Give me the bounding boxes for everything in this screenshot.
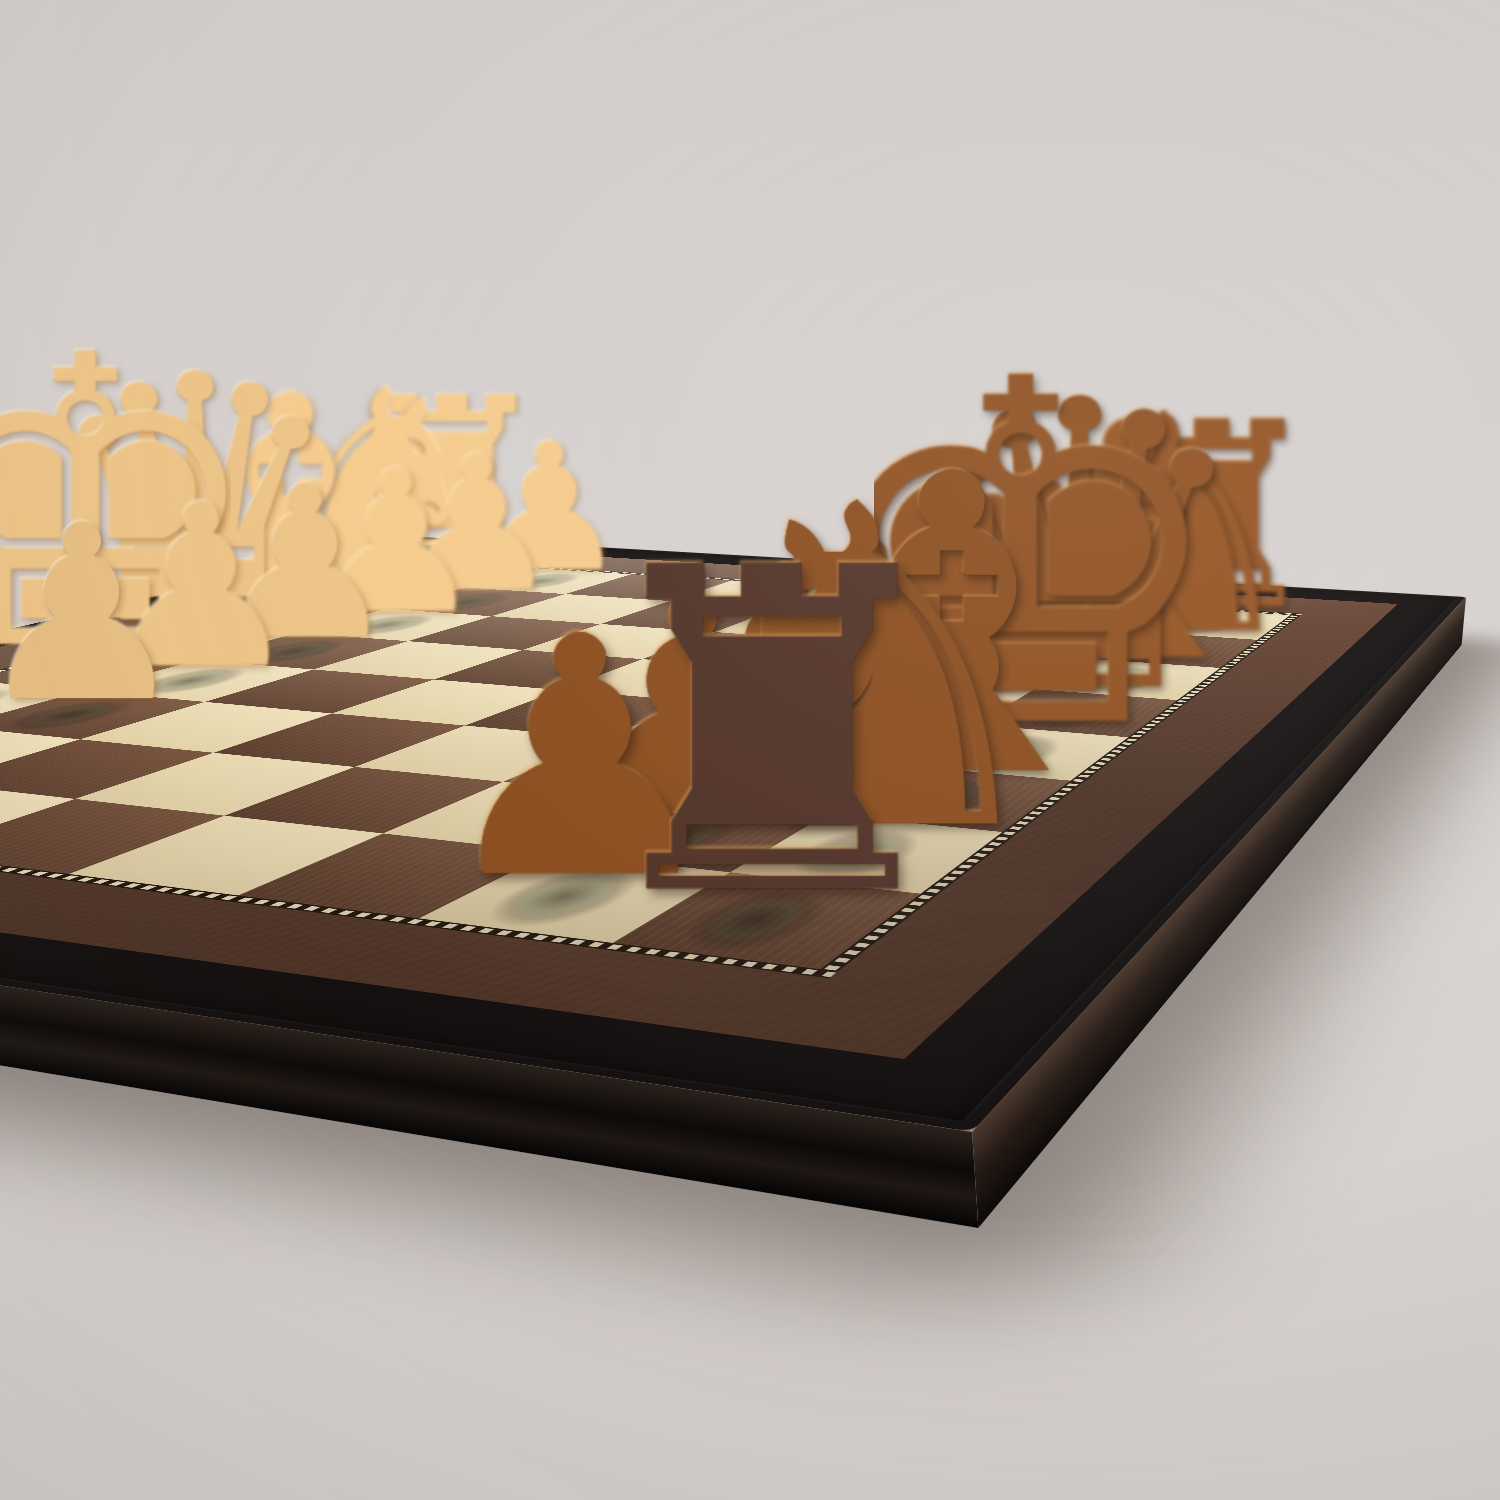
chess-board: ♜♞♝♛♚♝♞♜♟♟♟♟♟♟♟♟♟♟♟♟♟♟♟♟♜♞♝♛♚♝♞♜ xyxy=(0,537,1466,1132)
black-rook-glyph: ♜ xyxy=(572,512,971,957)
piece-black-rook-h8: ♜ xyxy=(579,146,965,918)
white-pawn-glyph: ♟ xyxy=(0,516,61,777)
perspective-scene: ♜♞♝♛♚♝♞♜♟♟♟♟♟♟♟♟♟♟♟♟♟♟♟♟♜♞♝♛♚♝♞♜ xyxy=(0,0,1500,1500)
piece-white-pawn-g2: ♟ xyxy=(0,163,91,753)
photo-background: ♜♞♝♛♚♝♞♜♟♟♟♟♟♟♟♟♟♟♟♟♟♟♟♟♜♞♝♛♚♝♞♜ xyxy=(0,0,1500,1500)
